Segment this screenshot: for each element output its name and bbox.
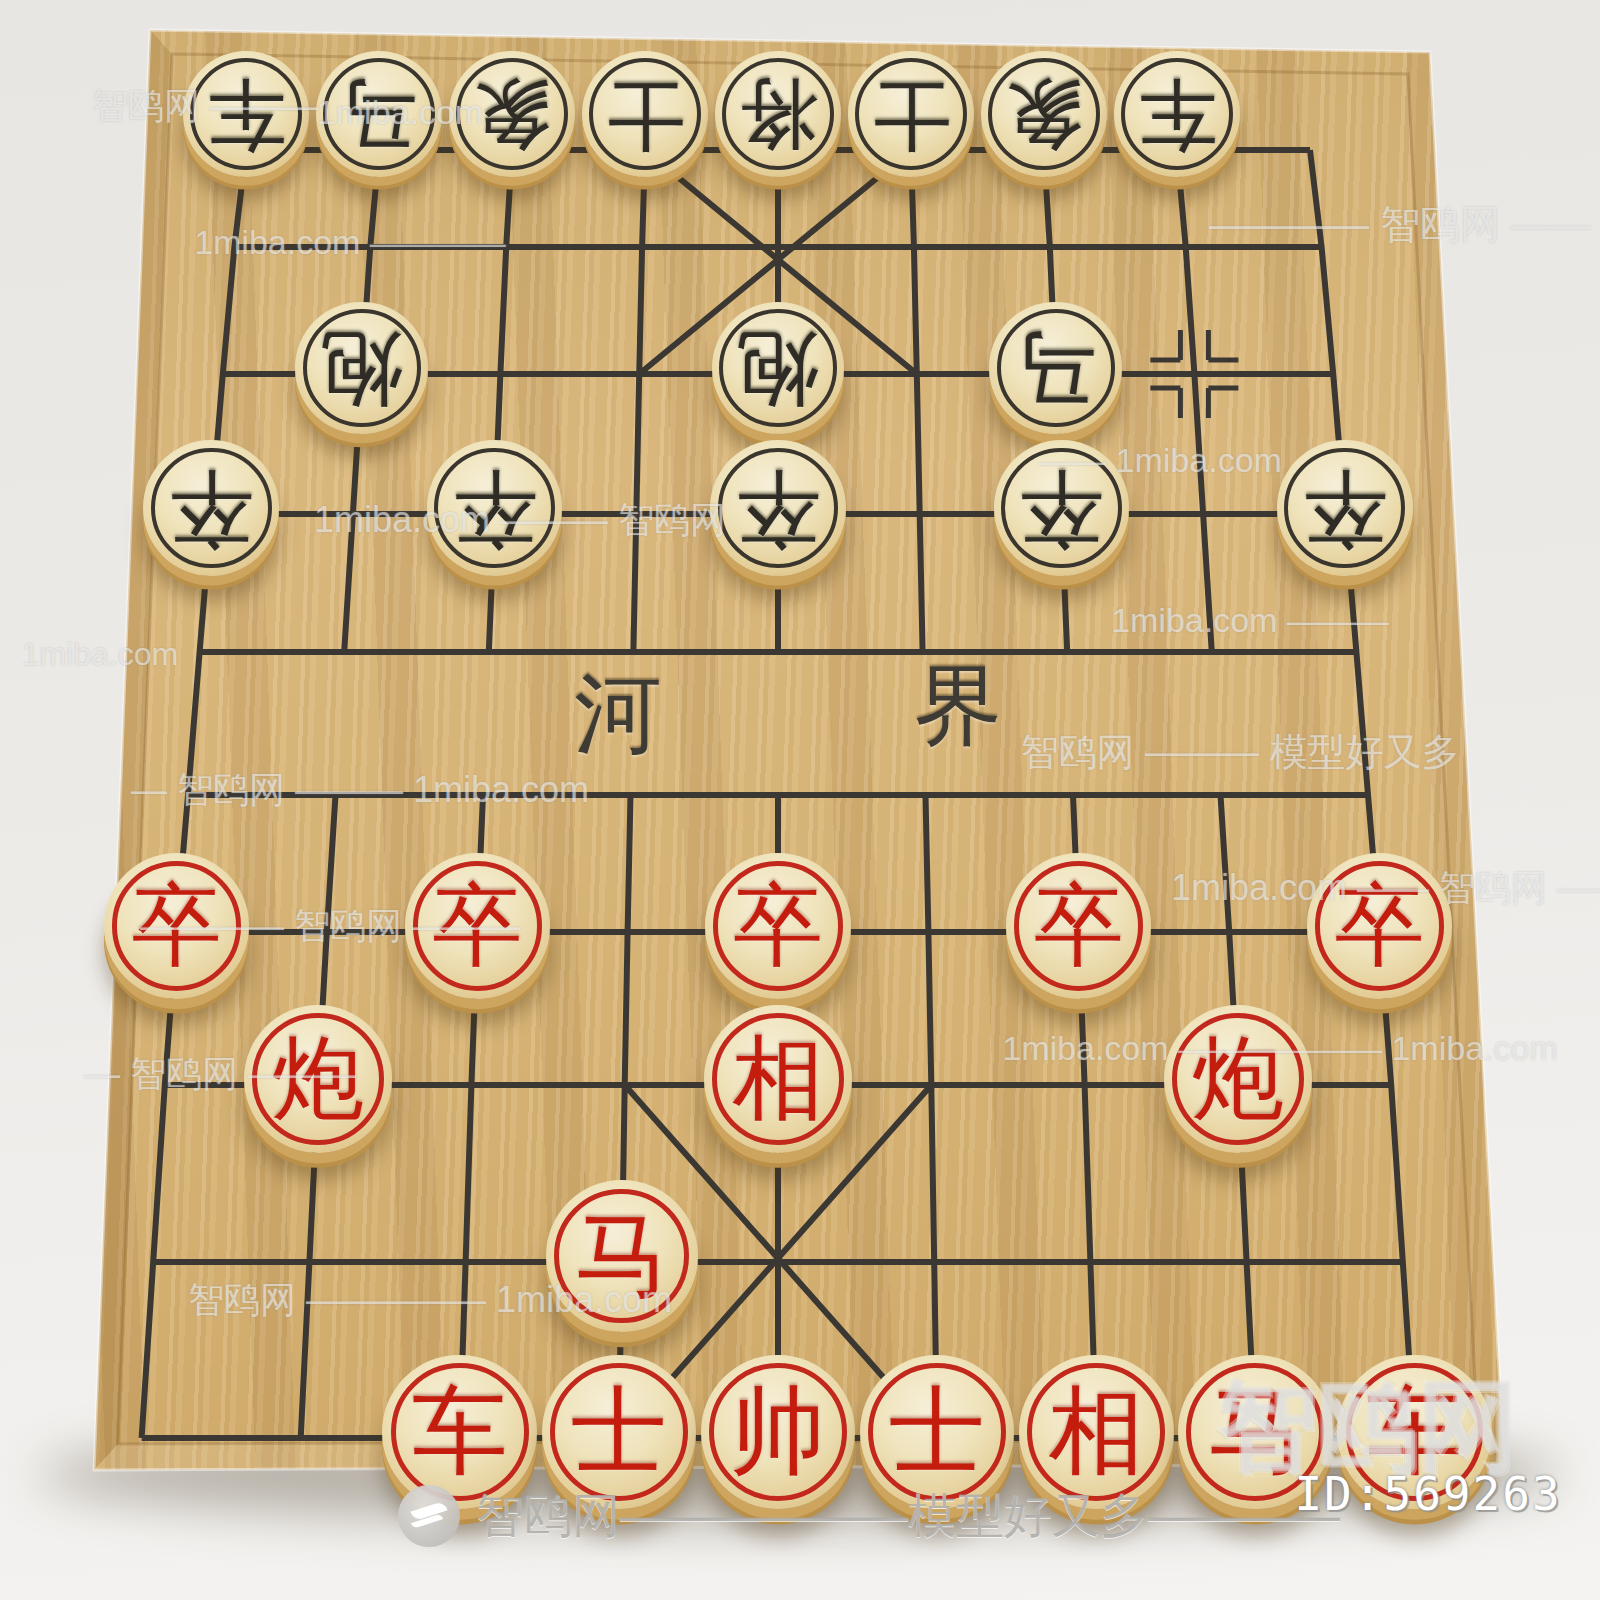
piece-black-advisor[interactable]: 士 (582, 51, 708, 177)
watermark-text: 1miba.com ——— (1111, 601, 1389, 640)
piece-red-soldier[interactable]: 卒 (1006, 853, 1151, 998)
piece-character: 卒 (1303, 466, 1387, 550)
watermark-text: 1miba.com (22, 636, 179, 673)
watermark-text: 智鸥网 ————— 1miba.com (188, 1276, 672, 1325)
piece-character: 炮 (737, 327, 819, 409)
river-label-he: 河 (574, 655, 662, 774)
piece-character: 象 (473, 75, 551, 153)
piece-character: 炮 (321, 327, 403, 409)
piece-character: 车 (1138, 75, 1216, 153)
watermark-text: 智鸥网 ——— 模型好又多 (1020, 727, 1459, 778)
watermark-bird-logo-icon (398, 1485, 460, 1547)
watermark-text: 智鸥网 ——— (92, 82, 318, 131)
piece-character: 士 (889, 1384, 985, 1480)
piece-black-advisor[interactable]: 士 (848, 51, 974, 177)
watermark-text: —— 1miba.com (1038, 441, 1282, 480)
piece-character: 士 (872, 75, 950, 153)
watermark-text: 1miba.com ——— 智鸥网 (314, 496, 726, 545)
piece-character: 相 (1048, 1384, 1144, 1480)
piece-black-general[interactable]: 将 (715, 51, 841, 177)
piece-black-soldier[interactable]: 卒 (1277, 440, 1413, 576)
piece-character: 士 (571, 1384, 667, 1480)
watermark-text: 1miba.com (317, 93, 483, 132)
river-label-jie: 界 (914, 647, 1002, 766)
watermark-text: 1miba.com —— 智鸥网 —— (1171, 864, 1600, 913)
piece-black-horse[interactable]: 马 (989, 302, 1121, 434)
piece-character: 士 (606, 75, 684, 153)
watermark-text: ———— 智鸥网 —— (1209, 197, 1591, 252)
piece-character: 卒 (736, 466, 820, 550)
watermark-text: ———— 智鸥网 ——— (140, 902, 520, 951)
watermark-text: — 智鸥网 ——— (84, 1050, 356, 1099)
watermark-text: 1miba.com ———— (194, 223, 506, 262)
watermark-bottom-bar: 智鸥网——————模型好又多———— (398, 1484, 1340, 1548)
piece-character: 相 (732, 1033, 824, 1125)
watermark-bar-text: 智鸥网——————模型好又多———— (476, 1484, 1340, 1548)
piece-character: 帅 (730, 1384, 826, 1480)
piece-character: 卒 (169, 466, 253, 550)
piece-red-soldier[interactable]: 卒 (705, 853, 850, 998)
piece-black-cannon[interactable]: 炮 (295, 302, 427, 434)
watermark-text: — 智鸥网 ——— 1miba.com (131, 766, 589, 815)
piece-character: 象 (1005, 75, 1083, 153)
piece-character: 将 (739, 75, 817, 153)
piece-black-cannon[interactable]: 炮 (712, 302, 844, 434)
piece-character: 马 (1015, 327, 1097, 409)
piece-black-chariot[interactable]: 车 (1114, 51, 1240, 177)
piece-red-elephant[interactable]: 相 (704, 1005, 852, 1153)
piece-black-elephant[interactable]: 象 (981, 51, 1107, 177)
scene: 河 界 车马象士将士象车炮炮马卒卒卒卒卒卒卒卒卒卒炮相炮马车士帅士相马车 智鸥网… (0, 0, 1600, 1600)
watermark-text: 1miba.com —————— 1miba.com (1002, 1029, 1557, 1068)
piece-character: 卒 (733, 881, 823, 971)
piece-red-cannon[interactable]: 炮 (1164, 1005, 1312, 1153)
piece-character: 卒 (1034, 881, 1124, 971)
piece-black-soldier[interactable]: 卒 (143, 440, 279, 576)
piece-character: 车 (412, 1384, 508, 1480)
piece-black-soldier[interactable]: 卒 (710, 440, 846, 576)
